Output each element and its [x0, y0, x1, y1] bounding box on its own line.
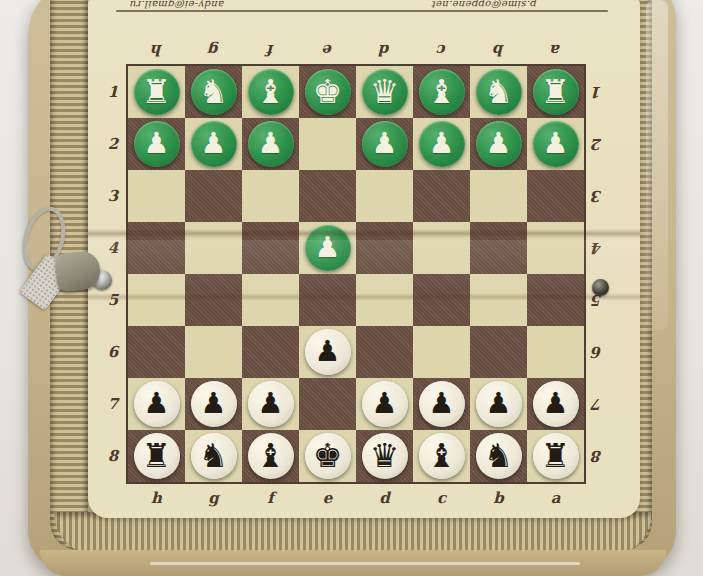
rank-label-right-3: 3 — [592, 187, 602, 205]
square-c7[interactable]: ♟ — [413, 378, 470, 430]
square-g3[interactable] — [185, 170, 242, 222]
file-label-bottom-e: e — [323, 489, 333, 507]
rank-label-right-4: 4 — [592, 239, 602, 257]
rank-label-left-2: 2 — [108, 135, 118, 153]
rank-label-left-3: 3 — [108, 187, 118, 205]
bishop-icon: ♝ — [427, 439, 457, 472]
white-pawn-a2[interactable]: ♟ — [533, 121, 579, 167]
square-d3[interactable] — [356, 170, 413, 222]
file-label-top-g: g — [208, 41, 219, 59]
square-e7[interactable] — [299, 378, 356, 430]
file-label-top-a: a — [551, 41, 561, 59]
white-knight-b1[interactable]: ♞ — [476, 69, 522, 115]
knight-icon: ♞ — [484, 439, 514, 472]
black-queen-d8[interactable]: ♛ — [362, 433, 408, 479]
file-label-bottom-f: f — [267, 489, 273, 507]
square-a1[interactable]: ♜ — [527, 66, 584, 118]
white-king-e1[interactable]: ♚ — [305, 69, 351, 115]
square-a2[interactable]: ♟ — [527, 118, 584, 170]
square-e5[interactable] — [299, 274, 356, 326]
square-g2[interactable]: ♟ — [185, 118, 242, 170]
tape-shine-right — [646, 0, 668, 330]
knight-icon: ♞ — [199, 75, 229, 108]
file-label-top-b: b — [493, 41, 504, 59]
square-d2[interactable]: ♟ — [356, 118, 413, 170]
black-knight-g8[interactable]: ♞ — [191, 433, 237, 479]
black-bishop-f8[interactable]: ♝ — [248, 433, 294, 479]
rook-icon: ♜ — [541, 75, 571, 108]
pawn-icon: ♟ — [543, 129, 569, 158]
square-h7[interactable]: ♟ — [128, 378, 185, 430]
square-f4[interactable] — [242, 222, 299, 274]
file-label-bottom-g: g — [208, 489, 219, 507]
square-f7[interactable]: ♟ — [242, 378, 299, 430]
black-knight-b8[interactable]: ♞ — [476, 433, 522, 479]
square-a4[interactable] — [527, 222, 584, 274]
square-h3[interactable] — [128, 170, 185, 222]
pawn-icon: ♟ — [486, 129, 512, 158]
white-knight-g1[interactable]: ♞ — [191, 69, 237, 115]
bishop-icon: ♝ — [427, 75, 457, 108]
square-g5[interactable] — [185, 274, 242, 326]
pawn-icon: ♟ — [144, 389, 170, 418]
black-pawn-h7[interactable]: ♟ — [134, 381, 180, 427]
rank-label-left-1: 1 — [108, 83, 118, 101]
square-b7[interactable]: ♟ — [470, 378, 527, 430]
rank-label-left-8: 8 — [108, 447, 118, 465]
pawn-icon: ♟ — [543, 389, 569, 418]
square-b4[interactable] — [470, 222, 527, 274]
rank-label-left-4: 4 — [108, 239, 118, 257]
square-c2[interactable]: ♟ — [413, 118, 470, 170]
square-f2[interactable]: ♟ — [242, 118, 299, 170]
pawn-icon: ♟ — [201, 389, 227, 418]
black-pawn-f7[interactable]: ♟ — [248, 381, 294, 427]
black-pawn-e6[interactable]: ♟ — [305, 329, 351, 375]
rook-icon: ♜ — [541, 439, 571, 472]
square-d7[interactable]: ♟ — [356, 378, 413, 430]
square-c8[interactable]: ♝ — [413, 430, 470, 482]
king-icon: ♚ — [313, 75, 343, 108]
square-f5[interactable] — [242, 274, 299, 326]
rook-icon: ♜ — [142, 75, 172, 108]
white-pawn-c2[interactable]: ♟ — [419, 121, 465, 167]
panel-top-edge-line — [116, 10, 608, 12]
square-g1[interactable]: ♞ — [185, 66, 242, 118]
black-pawn-c7[interactable]: ♟ — [419, 381, 465, 427]
square-b6[interactable] — [470, 326, 527, 378]
square-f8[interactable]: ♝ — [242, 430, 299, 482]
square-e8[interactable]: ♚ — [299, 430, 356, 482]
square-f6[interactable] — [242, 326, 299, 378]
white-rook-a1[interactable]: ♜ — [533, 69, 579, 115]
file-label-bottom-h: h — [151, 489, 162, 507]
black-pawn-d7[interactable]: ♟ — [362, 381, 408, 427]
square-e3[interactable] — [299, 170, 356, 222]
file-label-bottom-b: b — [493, 489, 504, 507]
square-c1[interactable]: ♝ — [413, 66, 470, 118]
square-a6[interactable] — [527, 326, 584, 378]
white-rook-h1[interactable]: ♜ — [134, 69, 180, 115]
rank-label-right-8: 8 — [592, 447, 602, 465]
square-g8[interactable]: ♞ — [185, 430, 242, 482]
file-label-bottom-d: d — [379, 489, 390, 507]
square-h6[interactable] — [128, 326, 185, 378]
rank-label-left-5: 5 — [108, 291, 118, 309]
square-d6[interactable] — [356, 326, 413, 378]
case-email-left: andy-ei@gmail.ru — [130, 0, 224, 10]
white-pawn-f2[interactable]: ♟ — [248, 121, 294, 167]
photo-stage: andy-ei@gmail.ru p.sime@oppene.net ♜♞♝♚♛… — [0, 0, 703, 576]
square-f1[interactable]: ♝ — [242, 66, 299, 118]
rank-label-right-7: 7 — [592, 395, 602, 413]
white-bishop-c1[interactable]: ♝ — [419, 69, 465, 115]
file-label-bottom-a: a — [551, 489, 561, 507]
square-g4[interactable] — [185, 222, 242, 274]
white-pawn-b2[interactable]: ♟ — [476, 121, 522, 167]
pawn-icon: ♟ — [144, 129, 170, 158]
square-c5[interactable] — [413, 274, 470, 326]
square-d8[interactable]: ♛ — [356, 430, 413, 482]
square-h4[interactable] — [128, 222, 185, 274]
white-queen-d1[interactable]: ♛ — [362, 69, 408, 115]
pawn-icon: ♟ — [429, 389, 455, 418]
board: ♜♞♝♚♛♝♞♜♟♟♟♟♟♟♟♟♟♟♟♟♟♟♟♟♜♞♝♚♛♝♞♜ — [128, 66, 584, 482]
square-h5[interactable] — [128, 274, 185, 326]
pawn-icon: ♟ — [258, 129, 284, 158]
file-label-top-e: e — [323, 41, 333, 59]
square-e1[interactable]: ♚ — [299, 66, 356, 118]
square-b8[interactable]: ♞ — [470, 430, 527, 482]
king-icon: ♚ — [313, 439, 343, 472]
rank-label-left-6: 6 — [108, 343, 118, 361]
black-king-e8[interactable]: ♚ — [305, 433, 351, 479]
white-pawn-e4[interactable]: ♟ — [305, 225, 351, 271]
square-c4[interactable] — [413, 222, 470, 274]
square-a7[interactable]: ♟ — [527, 378, 584, 430]
black-bishop-c8[interactable]: ♝ — [419, 433, 465, 479]
black-rook-a8[interactable]: ♜ — [533, 433, 579, 479]
queen-icon: ♛ — [370, 439, 400, 472]
square-c6[interactable] — [413, 326, 470, 378]
square-a3[interactable] — [527, 170, 584, 222]
pawn-icon: ♟ — [315, 233, 341, 262]
square-g6[interactable] — [185, 326, 242, 378]
bishop-icon: ♝ — [256, 439, 286, 472]
black-pawn-b7[interactable]: ♟ — [476, 381, 522, 427]
queen-icon: ♛ — [370, 75, 400, 108]
square-f3[interactable] — [242, 170, 299, 222]
square-e6[interactable]: ♟ — [299, 326, 356, 378]
rank-label-right-2: 2 — [592, 135, 602, 153]
black-rook-h8[interactable]: ♜ — [134, 433, 180, 479]
white-pawn-h2[interactable]: ♟ — [134, 121, 180, 167]
square-e4[interactable]: ♟ — [299, 222, 356, 274]
square-a8[interactable]: ♜ — [527, 430, 584, 482]
pawn-icon: ♟ — [429, 129, 455, 158]
file-label-top-c: c — [437, 41, 446, 59]
knight-icon: ♞ — [199, 439, 229, 472]
square-b2[interactable]: ♟ — [470, 118, 527, 170]
file-label-top-d: d — [379, 41, 390, 59]
black-pawn-a7[interactable]: ♟ — [533, 381, 579, 427]
rank-label-right-1: 1 — [592, 83, 602, 101]
square-d5[interactable] — [356, 274, 413, 326]
white-pawn-d2[interactable]: ♟ — [362, 121, 408, 167]
square-e2[interactable] — [299, 118, 356, 170]
file-label-top-f: f — [267, 41, 273, 59]
rook-icon: ♜ — [142, 439, 172, 472]
rank-label-left-7: 7 — [108, 395, 118, 413]
pawn-icon: ♟ — [486, 389, 512, 418]
black-pawn-g7[interactable]: ♟ — [191, 381, 237, 427]
bishop-icon: ♝ — [256, 75, 286, 108]
rank-label-right-6: 6 — [592, 343, 602, 361]
pawn-icon: ♟ — [372, 129, 398, 158]
snap-stud-right — [592, 279, 609, 296]
pawn-icon: ♟ — [315, 337, 341, 366]
knight-icon: ♞ — [484, 75, 514, 108]
file-label-top-h: h — [151, 41, 162, 59]
case-bottom-shine — [150, 562, 580, 565]
square-c3[interactable] — [413, 170, 470, 222]
square-b3[interactable] — [470, 170, 527, 222]
square-g7[interactable]: ♟ — [185, 378, 242, 430]
square-b5[interactable] — [470, 274, 527, 326]
square-h2[interactable]: ♟ — [128, 118, 185, 170]
pawn-icon: ♟ — [258, 389, 284, 418]
white-pawn-g2[interactable]: ♟ — [191, 121, 237, 167]
white-bishop-f1[interactable]: ♝ — [248, 69, 294, 115]
square-d1[interactable]: ♛ — [356, 66, 413, 118]
square-h1[interactable]: ♜ — [128, 66, 185, 118]
square-a5[interactable] — [527, 274, 584, 326]
pawn-icon: ♟ — [372, 389, 398, 418]
square-d4[interactable] — [356, 222, 413, 274]
square-b1[interactable]: ♞ — [470, 66, 527, 118]
square-h8[interactable]: ♜ — [128, 430, 185, 482]
case-email-right: p.sime@oppene.net — [432, 0, 537, 10]
file-label-bottom-c: c — [437, 489, 446, 507]
pawn-icon: ♟ — [201, 129, 227, 158]
